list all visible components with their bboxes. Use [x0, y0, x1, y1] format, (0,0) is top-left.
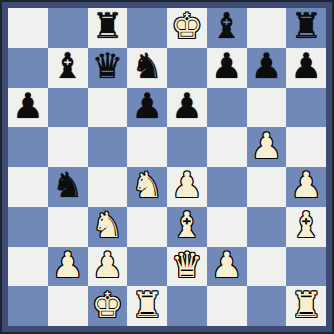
square-d2[interactable] [127, 247, 167, 287]
square-f5[interactable] [207, 127, 247, 167]
square-a5[interactable] [8, 127, 48, 167]
square-c5[interactable] [88, 127, 128, 167]
square-b7[interactable]: ♝ [48, 48, 88, 88]
square-e7[interactable] [167, 48, 207, 88]
black-queen-piece[interactable]: ♛ [92, 49, 123, 84]
square-d4[interactable]: ♞ [127, 167, 167, 207]
square-e6[interactable]: ♟ [167, 88, 207, 128]
black-bishop-piece[interactable]: ♝ [52, 49, 83, 84]
white-pawn-piece[interactable]: ♟ [211, 248, 242, 283]
square-g8[interactable] [247, 8, 287, 48]
square-a8[interactable] [8, 8, 48, 48]
square-g2[interactable] [247, 247, 287, 287]
black-pawn-piece[interactable]: ♟ [12, 89, 43, 124]
square-d3[interactable] [127, 207, 167, 247]
black-bishop-piece[interactable]: ♝ [211, 9, 242, 44]
square-b8[interactable] [48, 8, 88, 48]
square-b3[interactable] [48, 207, 88, 247]
square-e5[interactable] [167, 127, 207, 167]
square-d6[interactable]: ♟ [127, 88, 167, 128]
white-queen-piece[interactable]: ♛ [171, 248, 202, 283]
square-h6[interactable] [286, 88, 326, 128]
white-bishop-piece[interactable]: ♝ [171, 208, 202, 243]
square-a1[interactable] [8, 286, 48, 326]
square-e8[interactable]: ♚ [167, 8, 207, 48]
square-e3[interactable]: ♝ [167, 207, 207, 247]
square-h8[interactable]: ♜ [286, 8, 326, 48]
square-c6[interactable] [88, 88, 128, 128]
square-f7[interactable]: ♟ [207, 48, 247, 88]
square-h5[interactable] [286, 127, 326, 167]
black-pawn-piece[interactable]: ♟ [251, 49, 282, 84]
square-h3[interactable]: ♝ [286, 207, 326, 247]
square-g5[interactable]: ♟ [247, 127, 287, 167]
square-c1[interactable]: ♚ [88, 286, 128, 326]
square-h2[interactable] [286, 247, 326, 287]
white-pawn-piece[interactable]: ♟ [171, 168, 202, 203]
square-f1[interactable] [207, 286, 247, 326]
square-f4[interactable] [207, 167, 247, 207]
square-e1[interactable] [167, 286, 207, 326]
black-pawn-piece[interactable]: ♟ [131, 89, 162, 124]
square-g1[interactable] [247, 286, 287, 326]
black-rook-piece[interactable]: ♜ [92, 9, 123, 44]
square-h1[interactable]: ♜ [286, 286, 326, 326]
square-d7[interactable]: ♞ [127, 48, 167, 88]
chess-board: ♜♚♝♜♝♛♞♟♟♟♟♟♟♟♞♞♟♟♞♝♝♟♟♛♟♚♜♜ [8, 8, 326, 326]
white-pawn-piece[interactable]: ♟ [251, 129, 282, 164]
black-pawn-piece[interactable]: ♟ [290, 49, 321, 84]
square-c3[interactable]: ♞ [88, 207, 128, 247]
black-knight-piece[interactable]: ♞ [52, 168, 83, 203]
chess-board-frame: ♜♚♝♜♝♛♞♟♟♟♟♟♟♟♞♞♟♟♞♝♝♟♟♛♟♚♜♜ [0, 0, 334, 334]
square-b2[interactable]: ♟ [48, 247, 88, 287]
square-c7[interactable]: ♛ [88, 48, 128, 88]
square-b1[interactable] [48, 286, 88, 326]
square-f8[interactable]: ♝ [207, 8, 247, 48]
square-a7[interactable] [8, 48, 48, 88]
square-a4[interactable] [8, 167, 48, 207]
white-pawn-piece[interactable]: ♟ [52, 248, 83, 283]
square-b4[interactable]: ♞ [48, 167, 88, 207]
square-f6[interactable] [207, 88, 247, 128]
square-c8[interactable]: ♜ [88, 8, 128, 48]
square-a2[interactable] [8, 247, 48, 287]
square-h7[interactable]: ♟ [286, 48, 326, 88]
black-pawn-piece[interactable]: ♟ [211, 49, 242, 84]
square-c4[interactable] [88, 167, 128, 207]
white-king-piece[interactable]: ♚ [171, 9, 202, 44]
square-e2[interactable]: ♛ [167, 247, 207, 287]
white-king-piece[interactable]: ♚ [92, 288, 123, 323]
square-e4[interactable]: ♟ [167, 167, 207, 207]
black-pawn-piece[interactable]: ♟ [171, 89, 202, 124]
square-g3[interactable] [247, 207, 287, 247]
square-g6[interactable] [247, 88, 287, 128]
square-c2[interactable]: ♟ [88, 247, 128, 287]
white-pawn-piece[interactable]: ♟ [290, 168, 321, 203]
square-d5[interactable] [127, 127, 167, 167]
square-g7[interactable]: ♟ [247, 48, 287, 88]
square-f2[interactable]: ♟ [207, 247, 247, 287]
square-g4[interactable] [247, 167, 287, 207]
black-knight-piece[interactable]: ♞ [131, 49, 162, 84]
white-knight-piece[interactable]: ♞ [92, 208, 123, 243]
white-pawn-piece[interactable]: ♟ [92, 248, 123, 283]
square-b5[interactable] [48, 127, 88, 167]
white-knight-piece[interactable]: ♞ [131, 168, 162, 203]
white-bishop-piece[interactable]: ♝ [290, 208, 321, 243]
square-a6[interactable]: ♟ [8, 88, 48, 128]
square-b6[interactable] [48, 88, 88, 128]
square-d1[interactable]: ♜ [127, 286, 167, 326]
white-rook-piece[interactable]: ♜ [290, 288, 321, 323]
square-d8[interactable] [127, 8, 167, 48]
square-f3[interactable] [207, 207, 247, 247]
square-h4[interactable]: ♟ [286, 167, 326, 207]
square-a3[interactable] [8, 207, 48, 247]
white-rook-piece[interactable]: ♜ [131, 288, 162, 323]
black-rook-piece[interactable]: ♜ [290, 9, 321, 44]
